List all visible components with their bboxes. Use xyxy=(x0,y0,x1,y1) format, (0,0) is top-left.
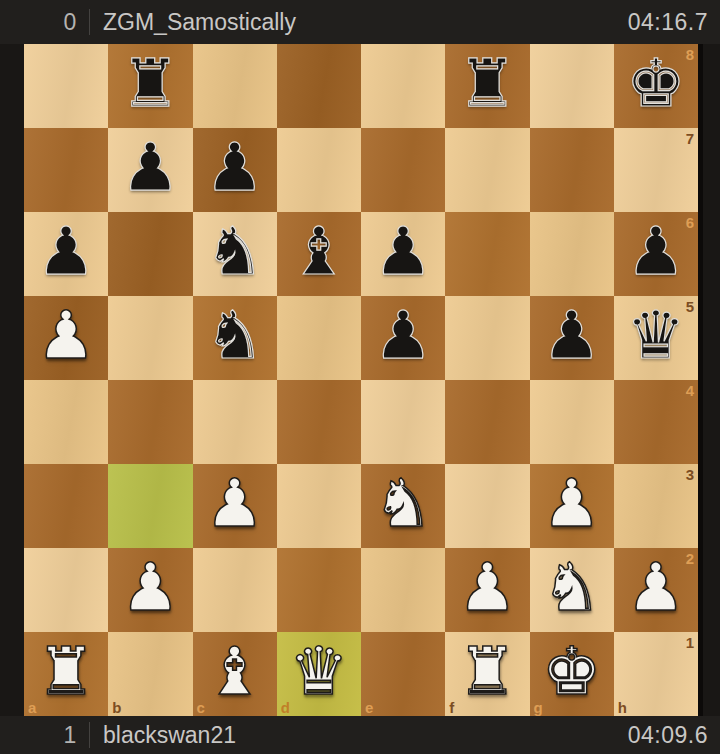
square-b5[interactable] xyxy=(108,296,192,380)
square-g7[interactable] xyxy=(530,128,614,212)
square-a7[interactable] xyxy=(24,128,108,212)
file-label-c: c xyxy=(197,700,205,715)
rank-label-6: 6 xyxy=(686,215,694,230)
board-right-edge xyxy=(698,44,703,716)
square-h4[interactable]: 4 xyxy=(614,380,698,464)
square-c2[interactable] xyxy=(193,548,277,632)
square-b4[interactable] xyxy=(108,380,192,464)
piece-white-knight-g2[interactable]: ♞ xyxy=(542,555,601,621)
square-g4[interactable] xyxy=(530,380,614,464)
file-label-f: f xyxy=(449,700,454,715)
top-player-bar: 0 ZGM_Samostically 04:16.7 xyxy=(0,0,720,44)
rank-label-5: 5 xyxy=(686,299,694,314)
piece-black-pawn-h6[interactable]: ♟ xyxy=(626,219,685,285)
square-g8[interactable] xyxy=(530,44,614,128)
square-f6[interactable] xyxy=(445,212,529,296)
square-e8[interactable] xyxy=(361,44,445,128)
piece-white-queen-d1[interactable]: ♛ xyxy=(289,639,348,705)
square-d3[interactable] xyxy=(277,464,361,548)
piece-black-knight-c6[interactable]: ♞ xyxy=(205,219,264,285)
piece-white-pawn-a5[interactable]: ♟ xyxy=(37,303,96,369)
bottom-player-bar: 1 blackswan21 04:09.6 xyxy=(0,716,720,754)
square-h8[interactable]: 8♚ xyxy=(614,44,698,128)
square-d2[interactable] xyxy=(277,548,361,632)
rank-label-2: 2 xyxy=(686,551,694,566)
square-g3[interactable]: ♟ xyxy=(530,464,614,548)
piece-white-pawn-b2[interactable]: ♟ xyxy=(121,555,180,621)
piece-black-queen-h5[interactable]: ♛ xyxy=(626,303,685,369)
file-label-a: a xyxy=(28,700,36,715)
square-d7[interactable] xyxy=(277,128,361,212)
divider xyxy=(89,9,90,35)
rank-label-4: 4 xyxy=(686,383,694,398)
piece-white-rook-a1[interactable]: ♜ xyxy=(37,639,96,705)
square-d1[interactable]: d♛ xyxy=(277,632,361,716)
bottom-player-clock: 04:09.6 xyxy=(628,722,708,749)
file-label-h: h xyxy=(618,700,627,715)
piece-black-pawn-c7[interactable]: ♟ xyxy=(205,135,264,201)
piece-white-pawn-f2[interactable]: ♟ xyxy=(458,555,517,621)
square-g5[interactable]: ♟ xyxy=(530,296,614,380)
piece-black-bishop-d6[interactable]: ♝ xyxy=(289,219,348,285)
piece-black-knight-c5[interactable]: ♞ xyxy=(205,303,264,369)
piece-black-king-h8[interactable]: ♚ xyxy=(626,51,685,117)
square-a6[interactable]: ♟ xyxy=(24,212,108,296)
square-d5[interactable] xyxy=(277,296,361,380)
file-label-e: e xyxy=(365,700,373,715)
piece-white-knight-e3[interactable]: ♞ xyxy=(374,471,433,537)
square-f1[interactable]: f♜ xyxy=(445,632,529,716)
square-a1[interactable]: a♜ xyxy=(24,632,108,716)
square-c3[interactable]: ♟ xyxy=(193,464,277,548)
piece-white-pawn-c3[interactable]: ♟ xyxy=(205,471,264,537)
square-b6[interactable] xyxy=(108,212,192,296)
square-f2[interactable]: ♟ xyxy=(445,548,529,632)
square-b8[interactable]: ♜ xyxy=(108,44,192,128)
square-f3[interactable] xyxy=(445,464,529,548)
square-h5[interactable]: 5♛ xyxy=(614,296,698,380)
divider xyxy=(89,722,90,748)
square-b7[interactable]: ♟ xyxy=(108,128,192,212)
piece-white-bishop-c1[interactable]: ♝ xyxy=(205,639,264,705)
square-h6[interactable]: 6♟ xyxy=(614,212,698,296)
square-f5[interactable] xyxy=(445,296,529,380)
square-c1[interactable]: c♝ xyxy=(193,632,277,716)
square-f4[interactable] xyxy=(445,380,529,464)
square-a8[interactable] xyxy=(24,44,108,128)
rank-label-3: 3 xyxy=(686,467,694,482)
square-c5[interactable]: ♞ xyxy=(193,296,277,380)
square-h2[interactable]: 2♟ xyxy=(614,548,698,632)
top-player-name: ZGM_Samostically xyxy=(103,9,296,36)
square-b1[interactable]: b xyxy=(108,632,192,716)
piece-black-pawn-a6[interactable]: ♟ xyxy=(37,219,96,285)
piece-black-pawn-e6[interactable]: ♟ xyxy=(374,219,433,285)
square-c8[interactable] xyxy=(193,44,277,128)
piece-white-king-g1[interactable]: ♚ xyxy=(542,639,601,705)
square-b2[interactable]: ♟ xyxy=(108,548,192,632)
square-e7[interactable] xyxy=(361,128,445,212)
file-label-b: b xyxy=(112,700,121,715)
square-e2[interactable] xyxy=(361,548,445,632)
square-g2[interactable]: ♞ xyxy=(530,548,614,632)
square-h3[interactable]: 3 xyxy=(614,464,698,548)
square-e3[interactable]: ♞ xyxy=(361,464,445,548)
square-d6[interactable]: ♝ xyxy=(277,212,361,296)
piece-black-pawn-g5[interactable]: ♟ xyxy=(542,303,601,369)
square-c4[interactable] xyxy=(193,380,277,464)
square-a3[interactable] xyxy=(24,464,108,548)
square-g1[interactable]: g♚ xyxy=(530,632,614,716)
square-c6[interactable]: ♞ xyxy=(193,212,277,296)
square-a5[interactable]: ♟ xyxy=(24,296,108,380)
square-d4[interactable] xyxy=(277,380,361,464)
square-a2[interactable] xyxy=(24,548,108,632)
rank-label-7: 7 xyxy=(686,131,694,146)
square-e6[interactable]: ♟ xyxy=(361,212,445,296)
bottom-player-name: blackswan21 xyxy=(103,722,236,749)
square-e1[interactable]: e xyxy=(361,632,445,716)
chess-board: ♜♜8♚♟♟7♟♞♝♟6♟♟♞♟♟5♛4♟♞♟3♟♟♞2♟a♜bc♝d♛ef♜g… xyxy=(24,44,698,716)
piece-white-rook-f1[interactable]: ♜ xyxy=(458,639,517,705)
square-f7[interactable] xyxy=(445,128,529,212)
piece-black-pawn-e5[interactable]: ♟ xyxy=(374,303,433,369)
piece-black-pawn-b7[interactable]: ♟ xyxy=(121,135,180,201)
square-g6[interactable] xyxy=(530,212,614,296)
bottom-player-score: 1 xyxy=(62,722,78,749)
square-f8[interactable]: ♜ xyxy=(445,44,529,128)
square-a4[interactable] xyxy=(24,380,108,464)
top-player-clock: 04:16.7 xyxy=(628,9,708,36)
piece-black-rook-b8[interactable]: ♜ xyxy=(121,51,180,117)
square-e4[interactable] xyxy=(361,380,445,464)
square-b3[interactable] xyxy=(108,464,192,548)
piece-black-rook-f8[interactable]: ♜ xyxy=(458,51,517,117)
top-player-score: 0 xyxy=(62,9,78,36)
rank-label-1: 1 xyxy=(686,635,694,650)
rank-label-8: 8 xyxy=(686,47,694,62)
piece-white-pawn-h2[interactable]: ♟ xyxy=(626,555,685,621)
piece-white-pawn-g3[interactable]: ♟ xyxy=(542,471,601,537)
square-h1[interactable]: 1h xyxy=(614,632,698,716)
square-d8[interactable] xyxy=(277,44,361,128)
square-e5[interactable]: ♟ xyxy=(361,296,445,380)
square-h7[interactable]: 7 xyxy=(614,128,698,212)
square-c7[interactable]: ♟ xyxy=(193,128,277,212)
